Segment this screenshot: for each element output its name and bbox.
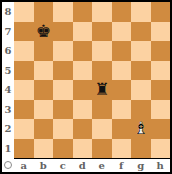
square-b6[interactable] [34, 41, 54, 61]
square-c8[interactable] [53, 2, 73, 22]
square-e3[interactable] [92, 100, 112, 120]
square-a7[interactable] [14, 22, 34, 42]
square-b8[interactable] [34, 2, 54, 22]
square-e5[interactable] [92, 61, 112, 81]
square-f6[interactable] [112, 41, 132, 61]
square-d3[interactable] [73, 100, 93, 120]
square-c7[interactable] [53, 22, 73, 42]
square-c6[interactable] [53, 41, 73, 61]
square-b2[interactable] [34, 119, 54, 139]
square-d4[interactable] [73, 80, 93, 100]
black-king-piece[interactable]: ♚ [34, 22, 54, 42]
square-a1[interactable] [14, 139, 34, 159]
rank-label-4: 4 [2, 80, 14, 100]
file-label-h: h [151, 159, 171, 172]
rank-label-3: 3 [2, 100, 14, 120]
rank-label-5: 5 [2, 61, 14, 81]
square-d5[interactable] [73, 61, 93, 81]
square-e4[interactable]: ♜ [92, 80, 112, 100]
square-e1[interactable] [92, 139, 112, 159]
square-d8[interactable] [73, 2, 93, 22]
file-label-f: f [112, 159, 132, 172]
square-a4[interactable] [14, 80, 34, 100]
square-g6[interactable] [131, 41, 151, 61]
rank-label-8: 8 [2, 2, 14, 22]
square-f8[interactable] [112, 2, 132, 22]
file-label-c: c [53, 159, 73, 172]
square-b1[interactable] [34, 139, 54, 159]
square-f1[interactable] [112, 139, 132, 159]
square-e6[interactable] [92, 41, 112, 61]
square-g5[interactable] [131, 61, 151, 81]
square-h6[interactable] [151, 41, 171, 61]
square-d2[interactable] [73, 119, 93, 139]
chess-diagram: 87654321 ♚♜♝♗ abcdefgh [0, 0, 172, 174]
square-h4[interactable] [151, 80, 171, 100]
square-a3[interactable] [14, 100, 34, 120]
square-f5[interactable] [112, 61, 132, 81]
file-label-b: b [34, 159, 54, 172]
square-e7[interactable] [92, 22, 112, 42]
square-d7[interactable] [73, 22, 93, 42]
square-b4[interactable] [34, 80, 54, 100]
square-c3[interactable] [53, 100, 73, 120]
square-b5[interactable] [34, 61, 54, 81]
square-a2[interactable] [14, 119, 34, 139]
square-h3[interactable] [151, 100, 171, 120]
square-c2[interactable] [53, 119, 73, 139]
square-e2[interactable] [92, 119, 112, 139]
white-bishop-piece[interactable]: ♝♗ [131, 119, 151, 139]
square-h2[interactable] [151, 119, 171, 139]
piece-outline: ♗ [131, 119, 151, 139]
board: ♚♜♝♗ [14, 2, 170, 158]
rank-label-1: 1 [2, 139, 14, 159]
square-g8[interactable] [131, 2, 151, 22]
square-e8[interactable] [92, 2, 112, 22]
square-c5[interactable] [53, 61, 73, 81]
square-d1[interactable] [73, 139, 93, 159]
square-h7[interactable] [151, 22, 171, 42]
rank-label-7: 7 [2, 22, 14, 42]
square-d6[interactable] [73, 41, 93, 61]
square-f7[interactable] [112, 22, 132, 42]
square-f2[interactable] [112, 119, 132, 139]
file-label-d: d [73, 159, 93, 172]
square-h1[interactable] [151, 139, 171, 159]
side-to-move-corner [2, 158, 14, 172]
rank-label-2: 2 [2, 119, 14, 139]
square-b3[interactable] [34, 100, 54, 120]
file-label-e: e [92, 159, 112, 172]
square-f3[interactable] [112, 100, 132, 120]
rank-labels: 87654321 [2, 2, 14, 158]
square-c4[interactable] [53, 80, 73, 100]
square-g4[interactable] [131, 80, 151, 100]
square-c1[interactable] [53, 139, 73, 159]
rank-label-6: 6 [2, 41, 14, 61]
file-label-g: g [131, 159, 151, 172]
white-to-move-indicator [4, 161, 12, 169]
file-label-a: a [14, 159, 34, 172]
file-labels: abcdefgh [14, 158, 170, 172]
square-g1[interactable] [131, 139, 151, 159]
square-h8[interactable] [151, 2, 171, 22]
square-g7[interactable] [131, 22, 151, 42]
square-h5[interactable] [151, 61, 171, 81]
square-a8[interactable] [14, 2, 34, 22]
square-a5[interactable] [14, 61, 34, 81]
square-a6[interactable] [14, 41, 34, 61]
square-b7[interactable]: ♚ [34, 22, 54, 42]
square-g3[interactable] [131, 100, 151, 120]
square-f4[interactable] [112, 80, 132, 100]
square-g2[interactable]: ♝♗ [131, 119, 151, 139]
black-rook-piece[interactable]: ♜ [92, 80, 112, 100]
